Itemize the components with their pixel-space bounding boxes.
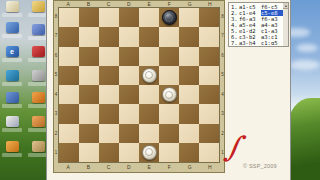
icon-label — [28, 13, 48, 17]
square-f8[interactable] — [159, 8, 179, 27]
square-c8[interactable] — [99, 8, 119, 27]
copyright-text: © SSP_2009 — [243, 163, 277, 169]
desktop-icon-orange-figure[interactable] — [28, 116, 48, 132]
tan-figure-icon — [32, 141, 45, 152]
coord-label: 4 — [220, 85, 225, 105]
square-d2[interactable] — [119, 124, 139, 143]
orange-figure-icon — [32, 116, 45, 127]
square-e7[interactable] — [139, 27, 159, 46]
square-b2[interactable] — [79, 124, 99, 143]
square-a8[interactable] — [59, 8, 79, 27]
icon-label — [2, 58, 22, 62]
square-h2[interactable] — [199, 124, 219, 143]
square-d3[interactable] — [119, 104, 139, 123]
square-d7[interactable] — [119, 27, 139, 46]
coord-label: G — [180, 163, 200, 172]
square-e3[interactable] — [139, 104, 159, 123]
square-d5[interactable] — [119, 66, 139, 85]
desktop-icon-messenger[interactable] — [2, 92, 22, 108]
coord-label: C — [99, 163, 119, 172]
icon-label — [28, 153, 48, 157]
coord-label: B — [78, 163, 98, 172]
coord-label: 8 — [220, 7, 225, 27]
square-a3[interactable] — [59, 104, 79, 123]
square-h6[interactable] — [199, 47, 219, 66]
document-icon — [6, 1, 19, 12]
cloud — [290, 60, 320, 70]
square-c5[interactable] — [99, 66, 119, 85]
square-f5[interactable] — [159, 66, 179, 85]
square-d4[interactable] — [119, 85, 139, 104]
square-e6[interactable] — [139, 47, 159, 66]
move-list[interactable]: 1.a1-c5f6-c52.c1-e4c5-e83.f6-a3f6-a34.a5… — [228, 2, 289, 47]
square-e1[interactable] — [139, 143, 159, 162]
square-h3[interactable] — [199, 104, 219, 123]
desktop-icon-my-computer[interactable] — [2, 22, 22, 38]
icon-label — [28, 128, 48, 132]
white-man-f4[interactable] — [162, 87, 177, 102]
square-b5[interactable] — [79, 66, 99, 85]
square-h1[interactable] — [199, 143, 219, 162]
gray-app-icon — [32, 70, 45, 81]
coord-label: A — [58, 163, 78, 172]
orange-app-icon — [6, 141, 19, 152]
checkers-board-frame: ABCDEFGH ABCDEFGH 87654321 87654321 — [53, 0, 225, 173]
desktop-icon-notepad[interactable] — [2, 116, 22, 132]
black-man-f8[interactable] — [162, 10, 177, 25]
icon-label — [2, 82, 22, 86]
square-g1[interactable] — [179, 143, 199, 162]
square-c1[interactable] — [99, 143, 119, 162]
square-h8[interactable] — [199, 8, 219, 27]
square-g7[interactable] — [179, 27, 199, 46]
square-c2[interactable] — [99, 124, 119, 143]
move-list-scrollbar[interactable] — [283, 3, 288, 46]
square-f2[interactable] — [159, 124, 179, 143]
desktop-icon-folder[interactable] — [28, 1, 48, 17]
desktop-icon-orange-app[interactable] — [2, 141, 22, 157]
square-f4[interactable] — [159, 85, 179, 104]
wallpaper-hill — [288, 98, 320, 180]
square-d6[interactable] — [119, 47, 139, 66]
icon-label — [2, 34, 22, 38]
square-c3[interactable] — [99, 104, 119, 123]
coord-label: 7 — [220, 27, 225, 47]
square-f1[interactable] — [159, 143, 179, 162]
square-h7[interactable] — [199, 27, 219, 46]
square-c6[interactable] — [99, 47, 119, 66]
move-row-7[interactable]: 7.a3-h4c1:g5 — [230, 40, 284, 45]
desktop-icon-red-app[interactable] — [28, 46, 48, 62]
square-a1[interactable] — [59, 143, 79, 162]
coord-label: 2 — [220, 124, 225, 144]
square-f6[interactable] — [159, 47, 179, 66]
icon-label — [28, 36, 48, 40]
my-computer-icon — [6, 22, 19, 33]
square-g6[interactable] — [179, 47, 199, 66]
white-man-e5[interactable] — [142, 68, 157, 83]
icon-label — [28, 58, 48, 62]
signature-mark: ∫ — [223, 129, 247, 167]
blue-app-icon — [32, 24, 45, 35]
square-g8[interactable] — [179, 8, 199, 27]
square-a6[interactable] — [59, 47, 79, 66]
move-number[interactable]: 7. — [230, 40, 239, 45]
square-g5[interactable] — [179, 66, 199, 85]
desktop-wallpaper-right — [288, 0, 320, 180]
square-b4[interactable] — [79, 85, 99, 104]
square-g4[interactable] — [179, 85, 199, 104]
square-d1[interactable] — [119, 143, 139, 162]
square-a4[interactable] — [59, 85, 79, 104]
globe-icon — [6, 70, 19, 81]
red-app-icon — [32, 46, 45, 57]
black-move[interactable]: c1:g5 — [261, 40, 283, 45]
square-a2[interactable] — [59, 124, 79, 143]
square-e8[interactable] — [139, 8, 159, 27]
square-g2[interactable] — [179, 124, 199, 143]
square-b7[interactable] — [79, 27, 99, 46]
square-h4[interactable] — [199, 85, 219, 104]
coord-label: F — [159, 163, 179, 172]
icon-label — [2, 13, 22, 17]
square-f7[interactable] — [159, 27, 179, 46]
square-d8[interactable] — [119, 8, 139, 27]
coord-label: 6 — [220, 46, 225, 66]
square-b6[interactable] — [79, 47, 99, 66]
desktop-icon-gray-app[interactable] — [28, 70, 48, 86]
checkers-board[interactable] — [58, 7, 220, 163]
coord-label: D — [119, 163, 139, 172]
square-f3[interactable] — [159, 104, 179, 123]
arrow-up-icon — [285, 5, 287, 7]
board-rank-labels-right: 87654321 — [220, 7, 225, 163]
coord-label: 5 — [220, 66, 225, 86]
square-b3[interactable] — [79, 104, 99, 123]
icon-label — [2, 153, 22, 157]
coord-label: E — [139, 163, 159, 172]
cloud — [296, 44, 318, 52]
icon-label — [2, 128, 22, 132]
square-c7[interactable] — [99, 27, 119, 46]
coord-label: 3 — [220, 105, 225, 125]
square-b8[interactable] — [79, 8, 99, 27]
square-b1[interactable] — [79, 143, 99, 162]
desktop-icon-internet-explorer[interactable]: e — [2, 46, 22, 62]
board-file-labels-bottom: ABCDEFGH — [58, 163, 220, 172]
scroll-up-button[interactable] — [283, 3, 288, 9]
desktop-icon-globe[interactable] — [2, 70, 22, 86]
square-g3[interactable] — [179, 104, 199, 123]
icon-label — [28, 104, 48, 108]
yandex-cat-icon — [32, 92, 45, 103]
icon-label — [28, 82, 48, 86]
white-move[interactable]: a3-h4 — [239, 40, 261, 45]
square-e2[interactable] — [139, 124, 159, 143]
white-man-e1[interactable] — [142, 145, 157, 160]
desktop-icon-yandex-cat[interactable] — [28, 92, 48, 108]
square-c4[interactable] — [99, 85, 119, 104]
desktop-icon-blue-app[interactable] — [28, 24, 48, 40]
square-h5[interactable] — [199, 66, 219, 85]
square-a7[interactable] — [59, 27, 79, 46]
desktop-icon-tan-figure[interactable] — [28, 141, 48, 157]
square-a5[interactable] — [59, 66, 79, 85]
messenger-icon — [6, 92, 19, 103]
icon-label — [2, 104, 22, 108]
desktop-icon-document[interactable] — [2, 1, 22, 17]
coord-label: H — [200, 163, 220, 172]
move-list-rows: 1.a1-c5f6-c52.c1-e4c5-e83.f6-a3f6-a34.a5… — [230, 4, 284, 45]
checkers-app-window: ABCDEFGH ABCDEFGH 87654321 87654321 1.a1… — [46, 0, 291, 180]
notepad-icon — [6, 116, 19, 127]
square-e5[interactable] — [139, 66, 159, 85]
square-e4[interactable] — [139, 85, 159, 104]
internet-explorer-icon: e — [6, 46, 19, 57]
folder-icon — [32, 1, 45, 12]
